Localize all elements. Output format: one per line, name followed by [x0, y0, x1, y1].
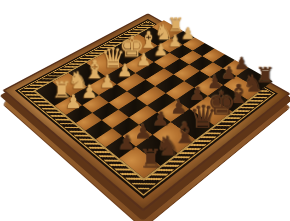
chess-box: ♜♞♝♛♚♝♞♜♟♟♟♟♟♟♟♟♟♟♟♟♟♟♟♟♜♞♝♛♚♝♞♜ [2, 13, 290, 211]
square-f8: ♝ [208, 85, 248, 111]
board-frame: ♜♞♝♛♚♝♞♜♟♟♟♟♟♟♟♟♟♟♟♟♟♟♟♟♜♞♝♛♚♝♞♜ [2, 13, 290, 211]
board-3d-scene: ♜♞♝♛♚♝♞♜♟♟♟♟♟♟♟♟♟♟♟♟♟♟♟♟♜♞♝♛♚♝♞♜ [0, 0, 290, 221]
ornate-border-band: ♜♞♝♛♚♝♞♜♟♟♟♟♟♟♟♟♟♟♟♟♟♟♟♟♜♞♝♛♚♝♞♜ [18, 20, 275, 195]
piece-black-rook: ♜ [256, 65, 275, 87]
square-g7: ♟ [210, 68, 237, 85]
piece-white-pawn: ♟ [181, 26, 195, 42]
square-h8: ♜ [237, 68, 273, 90]
square-b2: ♟ [71, 87, 99, 106]
chess-set-photo: ♜♞♝♛♚♝♞♜♟♟♟♟♟♟♟♟♟♟♟♟♟♟♟♟♜♞♝♛♚♝♞♜ [0, 0, 290, 221]
square-a1: ♜ [36, 82, 71, 106]
